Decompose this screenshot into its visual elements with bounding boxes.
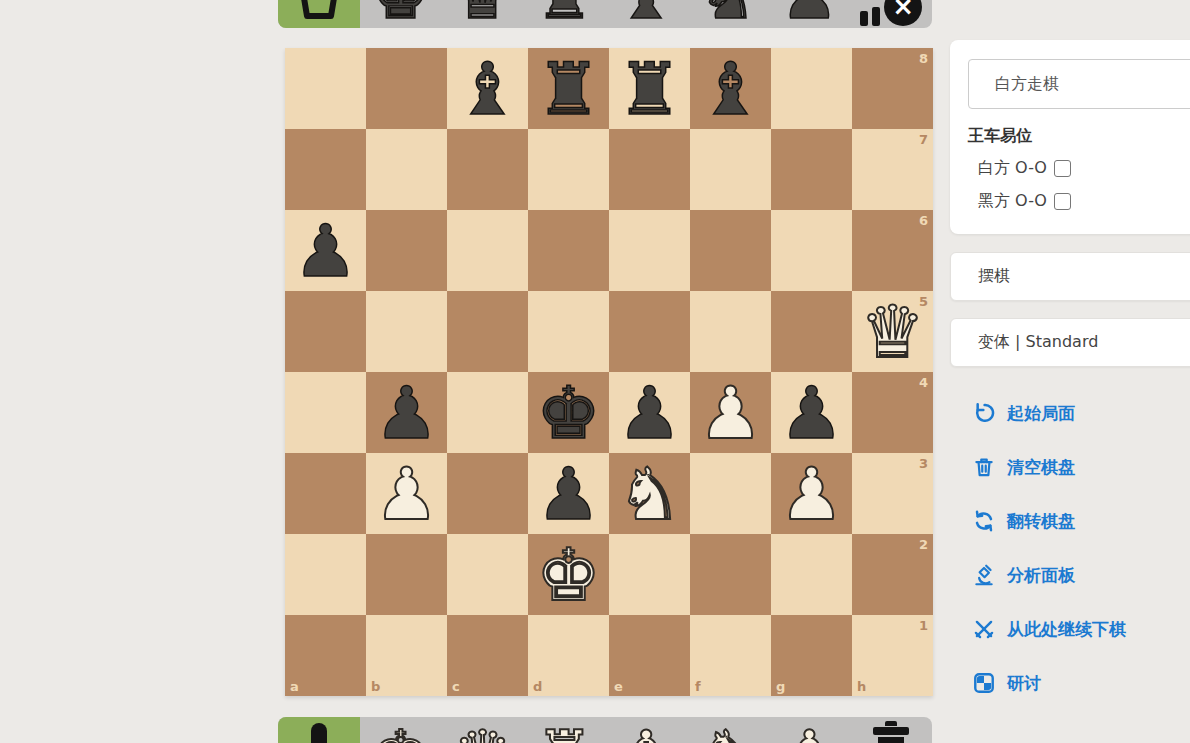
file-label-e: e [614, 679, 623, 694]
square-g6[interactable] [771, 210, 852, 291]
square-f2[interactable] [690, 534, 771, 615]
black-bishop-icon: ♝ [617, 0, 674, 28]
castling-title: 王车易位 [968, 126, 1190, 147]
square-d2[interactable]: ♚ [528, 534, 609, 615]
square-g2[interactable] [771, 534, 852, 615]
rank-label-3: 3 [919, 456, 928, 471]
spare-black-king[interactable]: ♚ [360, 0, 442, 28]
piece-white-knight[interactable]: ♞ [609, 453, 690, 534]
square-a8[interactable] [285, 48, 366, 129]
square-d4[interactable]: ♚ [528, 372, 609, 453]
white-pawn-icon: ♟ [781, 722, 838, 743]
link-analysis-board[interactable]: 分析面板 [950, 548, 1190, 602]
square-d1[interactable]: d [528, 615, 609, 696]
square-f3[interactable] [690, 453, 771, 534]
piece-black-pawn[interactable]: ♟ [609, 372, 690, 453]
castling-checkbox-0[interactable] [1054, 160, 1071, 177]
pointer-icon [311, 723, 327, 743]
file-label-h: h [857, 679, 866, 694]
delete-piece-tool-white[interactable] [850, 717, 932, 743]
link-label-continue-from-here: 从此处继续下棋 [1007, 618, 1126, 641]
square-b6[interactable] [366, 210, 447, 291]
trash-icon [972, 455, 996, 479]
square-c2[interactable] [447, 534, 528, 615]
square-b8[interactable] [366, 48, 447, 129]
square-a7[interactable] [285, 129, 366, 210]
black-pawn-icon: ♟ [781, 0, 838, 28]
castling-row-0: 白方 O-O [978, 156, 1190, 180]
square-d6[interactable] [528, 210, 609, 291]
spare-pieces-white-bar: ♚♛♜♝♞♟ [278, 717, 932, 743]
square-h3[interactable]: 3 [852, 453, 933, 534]
link-label-clear-board: 清空棋盘 [1007, 456, 1075, 479]
square-f4[interactable]: ♟ [690, 372, 771, 453]
square-a5[interactable] [285, 291, 366, 372]
piece-black-pawn[interactable]: ♟ [528, 453, 609, 534]
square-a1[interactable]: a [285, 615, 366, 696]
variant-select-value: 变体 | Standard [978, 332, 1098, 353]
square-c7[interactable] [447, 129, 528, 210]
square-e6[interactable] [609, 210, 690, 291]
rank-label-7: 7 [919, 132, 928, 147]
reset-icon [972, 401, 996, 425]
link-label-flip-board: 翻转棋盘 [1007, 510, 1075, 533]
spare-white-queen[interactable]: ♛ [442, 717, 524, 743]
square-f8[interactable]: ♝ [690, 48, 771, 129]
square-b7[interactable] [366, 129, 447, 210]
rank-label-2: 2 [919, 537, 928, 552]
piece-white-king[interactable]: ♚ [528, 534, 609, 615]
link-label-study: 研讨 [1007, 672, 1041, 695]
square-h7[interactable]: 7 [852, 129, 933, 210]
square-g7[interactable] [771, 129, 852, 210]
square-g8[interactable] [771, 48, 852, 129]
square-h6[interactable]: 6 [852, 210, 933, 291]
link-study[interactable]: 研讨 [950, 656, 1190, 710]
piece-black-rook[interactable]: ♜ [609, 48, 690, 129]
piece-white-pawn[interactable]: ♟ [366, 453, 447, 534]
side-to-move-select[interactable]: 白方走棋 [968, 59, 1190, 109]
link-label-analysis-board: 分析面板 [1007, 564, 1075, 587]
spare-black-knight[interactable]: ♞ [687, 0, 769, 28]
spare-black-pawn[interactable]: ♟ [769, 0, 851, 28]
piece-black-king[interactable]: ♚ [528, 372, 609, 453]
square-g5[interactable] [771, 291, 852, 372]
black-queen-icon: ♛ [454, 0, 511, 28]
piece-black-pawn[interactable]: ♟ [771, 372, 852, 453]
square-g1[interactable]: g [771, 615, 852, 696]
file-label-a: a [290, 679, 299, 694]
microscope-icon [972, 563, 996, 587]
square-f7[interactable] [690, 129, 771, 210]
square-b1[interactable]: b [366, 615, 447, 696]
pointer-tool-black[interactable] [278, 0, 360, 28]
square-h4[interactable]: 4 [852, 372, 933, 453]
delete-piece-tool-black[interactable]: × [850, 0, 932, 28]
black-king-icon: ♚ [372, 0, 429, 28]
square-d7[interactable] [528, 129, 609, 210]
spare-white-king[interactable]: ♚ [360, 717, 442, 743]
square-d3[interactable]: ♟ [528, 453, 609, 534]
piece-black-pawn[interactable]: ♟ [285, 210, 366, 291]
square-c1[interactable]: c [447, 615, 528, 696]
link-clear-board[interactable]: 清空棋盘 [950, 440, 1190, 494]
rank-label-1: 1 [919, 618, 928, 633]
white-bishop-icon: ♝ [617, 722, 674, 743]
square-f5[interactable] [690, 291, 771, 372]
square-g3[interactable]: ♟ [771, 453, 852, 534]
piece-black-bishop[interactable]: ♝ [447, 48, 528, 129]
white-king-icon: ♚ [372, 722, 429, 743]
square-f6[interactable] [690, 210, 771, 291]
square-f1[interactable]: f [690, 615, 771, 696]
white-queen-icon: ♛ [454, 722, 511, 743]
link-continue-from-here[interactable]: 从此处继续下棋 [950, 602, 1190, 656]
link-flip-board[interactable]: 翻转棋盘 [950, 494, 1190, 548]
chess-board: ♝♜♜♝87♟6♛5♟♚♟♟♟4♟♟♞♟3♚2abcdefg1h [285, 48, 933, 696]
square-g4[interactable]: ♟ [771, 372, 852, 453]
spare-white-bishop[interactable]: ♝ [605, 717, 687, 743]
black-knight-icon: ♞ [699, 0, 756, 28]
position-settings-card: 白方走棋 王车易位 白方 O-O黑方 O-O [950, 40, 1190, 234]
square-b3[interactable]: ♟ [366, 453, 447, 534]
square-h1[interactable]: 1h [852, 615, 933, 696]
flip-icon [972, 509, 996, 533]
square-d5[interactable] [528, 291, 609, 372]
square-e1[interactable]: e [609, 615, 690, 696]
study-icon [972, 671, 996, 695]
rank-label-6: 6 [919, 213, 928, 228]
square-b5[interactable] [366, 291, 447, 372]
link-label-start-position: 起始局面 [1007, 402, 1075, 425]
square-a6[interactable]: ♟ [285, 210, 366, 291]
square-c3[interactable] [447, 453, 528, 534]
black-rook-icon: ♜ [535, 0, 592, 28]
square-c6[interactable] [447, 210, 528, 291]
side-to-move-value: 白方走棋 [995, 74, 1059, 95]
piece-black-rook[interactable]: ♜ [528, 48, 609, 129]
variant-select[interactable]: 变体 | Standard [950, 318, 1190, 367]
editor-actions: 起始局面清空棋盘翻转棋盘分析面板从此处继续下棋研讨 [950, 386, 1190, 710]
piece-white-pawn[interactable]: ♟ [690, 372, 771, 453]
link-start-position[interactable]: 起始局面 [950, 386, 1190, 440]
file-label-g: g [776, 679, 785, 694]
piece-white-pawn[interactable]: ♟ [771, 453, 852, 534]
castling-label-0: 白方 O-O [978, 158, 1047, 179]
spare-black-bishop[interactable]: ♝ [605, 0, 687, 28]
square-e7[interactable] [609, 129, 690, 210]
square-c5[interactable] [447, 291, 528, 372]
file-label-f: f [695, 679, 701, 694]
castling-checkbox-1[interactable] [1054, 193, 1071, 210]
spare-white-knight[interactable]: ♞ [687, 717, 769, 743]
piece-black-pawn[interactable]: ♟ [366, 372, 447, 453]
square-h2[interactable]: 2 [852, 534, 933, 615]
pointer-icon [292, 0, 346, 26]
spare-black-queen[interactable]: ♛ [442, 0, 524, 28]
castling-row-1: 黑方 O-O [978, 189, 1190, 213]
square-c8[interactable]: ♝ [447, 48, 528, 129]
square-e2[interactable] [609, 534, 690, 615]
file-label-d: d [533, 679, 542, 694]
square-e4[interactable]: ♟ [609, 372, 690, 453]
board-editor-page: ♚♛♜♝♞♟× ♝♜♜♝87♟6♛5♟♚♟♟♟4♟♟♞♟3♚2abcdefg1h… [0, 0, 1190, 743]
piece-white-queen[interactable]: ♛ [852, 291, 933, 372]
setup-select[interactable]: 摆棋 [950, 252, 1190, 301]
trash-icon [871, 721, 911, 743]
square-b2[interactable] [366, 534, 447, 615]
square-a2[interactable] [285, 534, 366, 615]
spare-pieces-black-bar: ♚♛♜♝♞♟× [278, 0, 932, 28]
file-label-b: b [371, 679, 380, 694]
rank-label-8: 8 [919, 51, 928, 66]
square-e5[interactable] [609, 291, 690, 372]
white-rook-icon: ♜ [535, 722, 592, 743]
spare-white-pawn[interactable]: ♟ [769, 717, 851, 743]
trash-icon: × [860, 0, 922, 26]
pointer-tool-white[interactable] [278, 717, 360, 743]
spare-white-rook[interactable]: ♜ [523, 717, 605, 743]
square-c4[interactable] [447, 372, 528, 453]
file-label-c: c [452, 679, 460, 694]
swords-icon [972, 617, 996, 641]
square-h8[interactable]: 8 [852, 48, 933, 129]
square-a3[interactable] [285, 453, 366, 534]
setup-select-value: 摆棋 [978, 266, 1010, 287]
square-d8[interactable]: ♜ [528, 48, 609, 129]
square-e3[interactable]: ♞ [609, 453, 690, 534]
castling-label-1: 黑方 O-O [978, 191, 1047, 212]
rank-label-4: 4 [919, 375, 928, 390]
spare-black-rook[interactable]: ♜ [523, 0, 605, 28]
white-knight-icon: ♞ [699, 722, 756, 743]
square-b4[interactable]: ♟ [366, 372, 447, 453]
piece-black-bishop[interactable]: ♝ [690, 48, 771, 129]
square-e8[interactable]: ♜ [609, 48, 690, 129]
square-h5[interactable]: ♛5 [852, 291, 933, 372]
square-a4[interactable] [285, 372, 366, 453]
